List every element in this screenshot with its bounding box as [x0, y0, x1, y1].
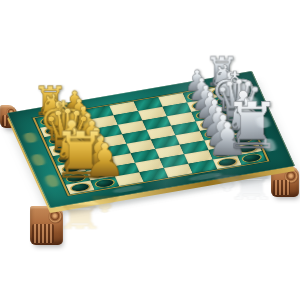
board-square: ♜♜ [237, 151, 266, 165]
silver-rook: ♜ [223, 94, 280, 158]
chess-board: ♜♟♟♜♞♟♟♞♝♟♟♝♚♟♟♚♛♟♟♛♝♟♟♝♞♟♟♞♜♜♟♟♟♟♜♜ [7, 71, 295, 208]
board-grid: ♜♟♟♜♞♟♟♞♝♟♟♝♚♟♟♚♛♟♟♛♝♟♟♝♞♟♟♞♜♜♟♟♟♟♜♜ [36, 85, 266, 195]
piece-reflection: ♟ [86, 192, 123, 215]
piece-reflection: ♜ [226, 171, 278, 203]
gold-reflection-streak [23, 132, 39, 143]
product-photo: ♜♟♟♜♞♟♟♞♝♟♟♝♚♟♟♚♛♟♟♛♝♟♟♝♞♟♟♞♜♜♟♟♟♟♜♜ [0, 0, 300, 300]
